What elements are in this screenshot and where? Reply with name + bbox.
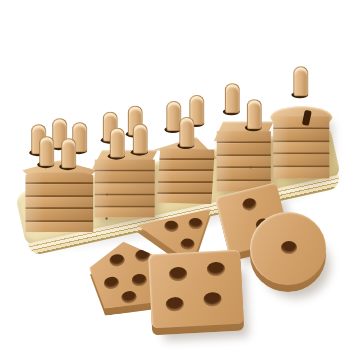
square-piece-face [148,250,244,329]
stacked-circle-piece [274,129,330,142]
stack-cell-triangle [157,92,216,204]
stack-cell-circle [272,60,331,178]
stacked-square-piece [95,172,155,184]
stack-circle [274,60,330,178]
stack-cell-rectangle [216,77,272,191]
peg [294,66,309,96]
piece-hole [169,266,188,281]
stacked-triangle-piece [157,183,215,195]
stacked-circle-piece [274,142,330,155]
stacked-rectangle-piece [217,168,271,180]
wooden-shape-sorter-photo [0,0,350,350]
stacked-triangle-piece [157,194,215,204]
stacked-rectangle-piece [217,156,271,168]
piece-hole [180,238,195,250]
stack-cell-square [94,106,156,218]
piece-hole [203,292,222,307]
triangle-stack-body [157,148,215,204]
stack-pentagon [25,114,93,232]
peg [110,128,125,158]
stacked-pentagon-piece [25,197,93,209]
peg [225,83,240,113]
stacked-pentagon-piece [25,209,93,221]
peg [133,124,148,154]
stack-cell-pentagon [25,114,93,232]
peg [61,138,76,168]
piece-hole [109,253,125,267]
piece-hole [165,297,184,312]
peg [180,117,195,147]
stacked-pentagon-piece [25,222,93,232]
stacked-rectangle-piece [217,144,271,156]
stacked-square-piece [95,184,155,196]
loose-square-piece [148,250,244,329]
stacked-square-piece [95,160,155,172]
stacked-triangle-piece [157,160,215,172]
piece-hole [164,220,179,232]
piece-hole [207,261,226,276]
pentagon-stack-body [25,172,93,232]
stack-rectangle [217,77,271,191]
circle-piece-face [250,212,326,285]
rectangle-stack-body [217,131,271,191]
piece-hole [131,273,147,287]
peg [247,99,262,129]
piece-hole [281,241,297,254]
piece-hole [188,218,203,230]
piece-hole [241,197,257,212]
stack-square [95,106,155,218]
stacked-pentagon-piece [25,172,93,184]
stacked-triangle-piece [157,171,215,183]
circle-stack-body [274,116,330,178]
stacked-triangle-piece [157,148,215,160]
stacked-pentagon-piece [25,185,93,197]
peg [39,136,54,166]
loose-circle-piece [250,212,326,285]
piece-hole [121,290,137,304]
piece-hole [103,276,119,290]
stacked-circle-piece [274,168,330,179]
stacked-circle-piece [274,155,330,168]
stacked-rectangle-piece [217,131,271,143]
stack-triangle [157,92,215,204]
